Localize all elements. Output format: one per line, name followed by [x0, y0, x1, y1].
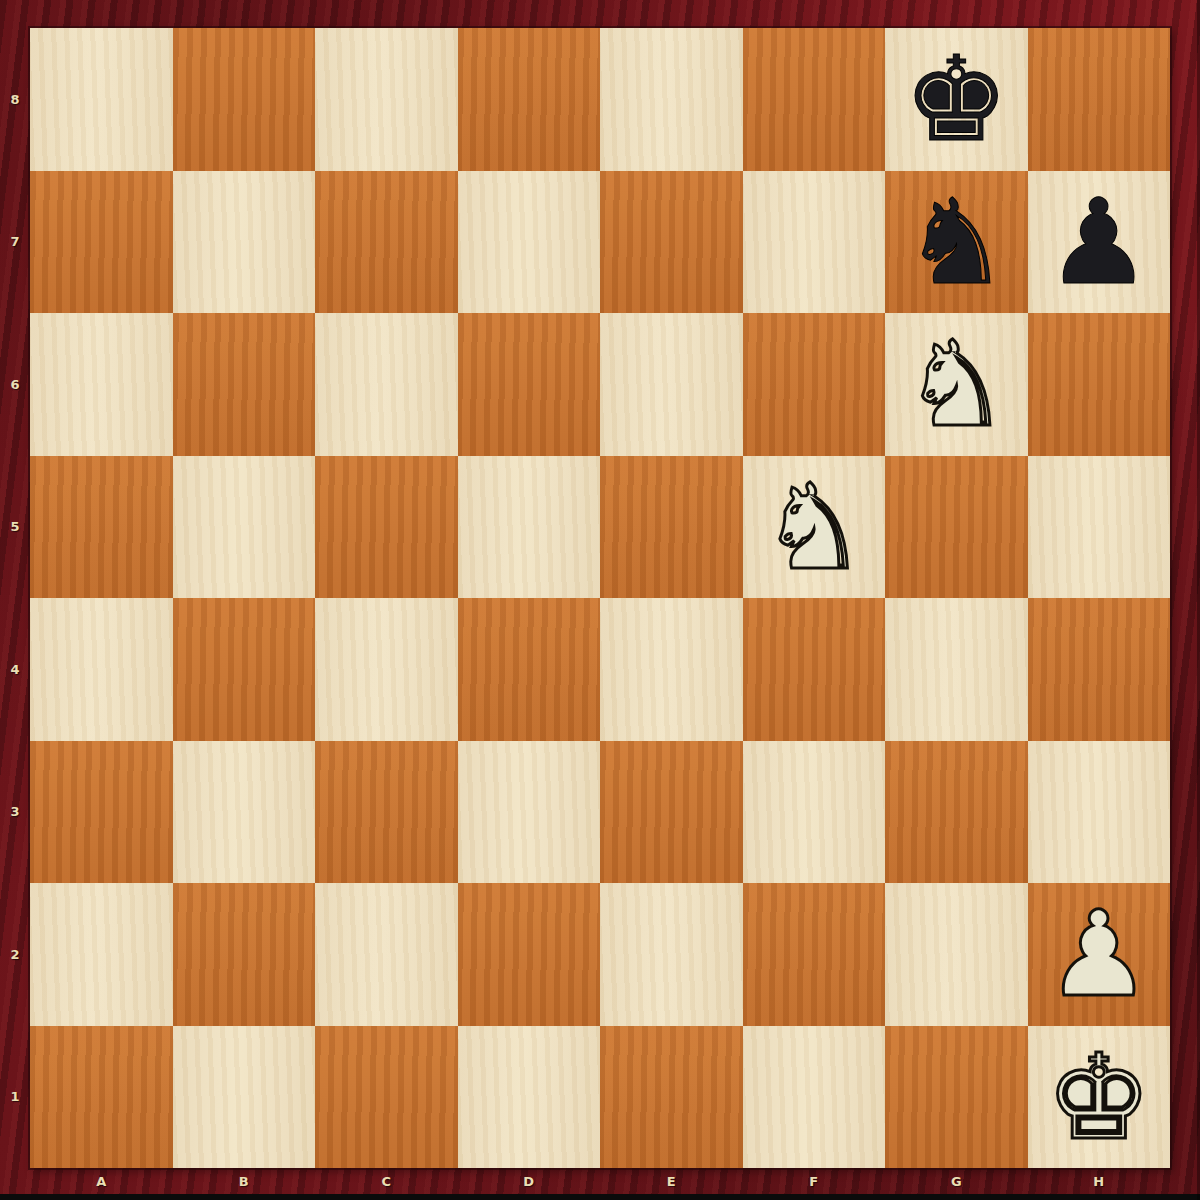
white-pawn-h2[interactable]: ♟ — [1046, 895, 1152, 1013]
white-knight-f5[interactable]: ♞ — [761, 468, 867, 586]
square-f6[interactable] — [743, 313, 886, 456]
square-c5[interactable] — [315, 456, 458, 599]
square-c3[interactable] — [315, 741, 458, 884]
square-h6[interactable] — [1028, 313, 1171, 456]
square-e4[interactable] — [600, 598, 743, 741]
square-d2[interactable] — [458, 883, 601, 1026]
rank-label-6: 6 — [0, 313, 30, 456]
square-h1[interactable]: ♚ — [1028, 1026, 1171, 1169]
square-e2[interactable] — [600, 883, 743, 1026]
square-a3[interactable] — [30, 741, 173, 884]
square-a5[interactable] — [30, 456, 173, 599]
square-f3[interactable] — [743, 741, 886, 884]
square-b1[interactable] — [173, 1026, 316, 1169]
square-h8[interactable] — [1028, 28, 1171, 171]
black-pawn-h7[interactable]: ♟ — [1046, 183, 1152, 301]
file-label-h: H — [1028, 1168, 1171, 1194]
square-g6[interactable]: ♞ — [885, 313, 1028, 456]
square-f1[interactable] — [743, 1026, 886, 1169]
board: ♚♞♟♞♞♟♚ — [30, 28, 1170, 1168]
rank-labels: 87654321 — [0, 28, 30, 1168]
square-f2[interactable] — [743, 883, 886, 1026]
square-h3[interactable] — [1028, 741, 1171, 884]
square-b8[interactable] — [173, 28, 316, 171]
square-h2[interactable]: ♟ — [1028, 883, 1171, 1026]
square-a7[interactable] — [30, 171, 173, 314]
white-knight-g6[interactable]: ♞ — [903, 325, 1009, 443]
square-b4[interactable] — [173, 598, 316, 741]
square-h5[interactable] — [1028, 456, 1171, 599]
square-d7[interactable] — [458, 171, 601, 314]
rank-label-8: 8 — [0, 28, 30, 171]
square-a6[interactable] — [30, 313, 173, 456]
file-labels: ABCDEFGH — [30, 1168, 1170, 1194]
square-b3[interactable] — [173, 741, 316, 884]
square-g2[interactable] — [885, 883, 1028, 1026]
square-c7[interactable] — [315, 171, 458, 314]
square-e1[interactable] — [600, 1026, 743, 1169]
rank-label-4: 4 — [0, 598, 30, 741]
square-h7[interactable]: ♟ — [1028, 171, 1171, 314]
square-f8[interactable] — [743, 28, 886, 171]
square-g7[interactable]: ♞ — [885, 171, 1028, 314]
square-c8[interactable] — [315, 28, 458, 171]
file-label-c: C — [315, 1168, 458, 1194]
board-frame: ♚♞♟♞♞♟♚ 87654321 ABCDEFGH — [0, 0, 1200, 1200]
white-king-h1[interactable]: ♚ — [1046, 1038, 1152, 1156]
file-label-d: D — [458, 1168, 601, 1194]
square-c2[interactable] — [315, 883, 458, 1026]
square-f5[interactable]: ♞ — [743, 456, 886, 599]
black-king-g8[interactable]: ♚ — [903, 40, 1009, 158]
square-g4[interactable] — [885, 598, 1028, 741]
square-g5[interactable] — [885, 456, 1028, 599]
rank-label-5: 5 — [0, 456, 30, 599]
rank-label-1: 1 — [0, 1026, 30, 1169]
file-label-a: A — [30, 1168, 173, 1194]
square-g3[interactable] — [885, 741, 1028, 884]
file-label-e: E — [600, 1168, 743, 1194]
square-b7[interactable] — [173, 171, 316, 314]
rank-label-2: 2 — [0, 883, 30, 1026]
square-c6[interactable] — [315, 313, 458, 456]
square-e5[interactable] — [600, 456, 743, 599]
square-a2[interactable] — [30, 883, 173, 1026]
black-knight-g7[interactable]: ♞ — [903, 183, 1009, 301]
file-label-b: B — [173, 1168, 316, 1194]
square-d5[interactable] — [458, 456, 601, 599]
square-f4[interactable] — [743, 598, 886, 741]
square-a8[interactable] — [30, 28, 173, 171]
square-e8[interactable] — [600, 28, 743, 171]
square-b2[interactable] — [173, 883, 316, 1026]
square-g8[interactable]: ♚ — [885, 28, 1028, 171]
square-g1[interactable] — [885, 1026, 1028, 1169]
square-a1[interactable] — [30, 1026, 173, 1169]
square-f7[interactable] — [743, 171, 886, 314]
file-label-g: G — [885, 1168, 1028, 1194]
file-label-f: F — [743, 1168, 886, 1194]
rank-label-7: 7 — [0, 171, 30, 314]
square-e7[interactable] — [600, 171, 743, 314]
square-d1[interactable] — [458, 1026, 601, 1169]
square-d4[interactable] — [458, 598, 601, 741]
square-e3[interactable] — [600, 741, 743, 884]
square-d3[interactable] — [458, 741, 601, 884]
square-h4[interactable] — [1028, 598, 1171, 741]
square-d6[interactable] — [458, 313, 601, 456]
square-a4[interactable] — [30, 598, 173, 741]
square-c1[interactable] — [315, 1026, 458, 1169]
square-e6[interactable] — [600, 313, 743, 456]
rank-label-3: 3 — [0, 741, 30, 884]
square-b6[interactable] — [173, 313, 316, 456]
square-c4[interactable] — [315, 598, 458, 741]
square-d8[interactable] — [458, 28, 601, 171]
square-b5[interactable] — [173, 456, 316, 599]
